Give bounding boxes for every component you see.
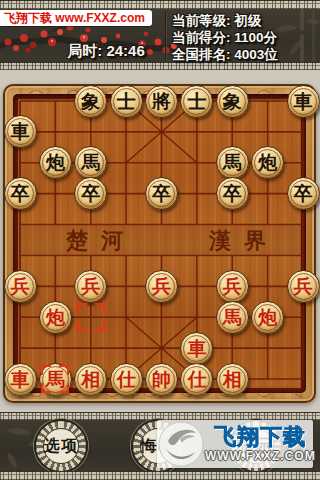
- river-label-right: 漢界: [208, 228, 279, 253]
- options-button-label: 选项: [43, 428, 79, 464]
- piece-black-士[interactable]: 士: [110, 85, 143, 118]
- fxxz-watermark-url: WWW.FXXZ.COM: [205, 449, 316, 463]
- piece-glyph: 炮: [40, 147, 71, 178]
- piece-red-相[interactable]: 相: [216, 363, 249, 396]
- piece-glyph: 車: [5, 364, 36, 395]
- site-watermark-bottom: 飞翔下载 WWW.FXXZ.COM: [157, 420, 313, 468]
- piece-black-象[interactable]: 象: [216, 85, 249, 118]
- piece-glyph: 兵: [75, 271, 106, 302]
- piece-glyph: 兵: [217, 271, 248, 302]
- piece-red-車[interactable]: 車: [180, 332, 213, 365]
- piece-glyph: 象: [217, 86, 248, 117]
- fxxz-watermark-title: 飞翔下载: [214, 425, 306, 449]
- piece-black-馬[interactable]: 馬: [216, 146, 249, 179]
- xiangqi-board: 楚河 漢界 象士將士象車車炮馬馬炮卒卒卒卒卒兵兵兵兵兵炮馬炮車車馬相仕帥仕相: [3, 84, 316, 403]
- piece-glyph: 炮: [40, 302, 71, 333]
- piece-red-兵[interactable]: 兵: [145, 270, 178, 303]
- stats-panel: 当前等级: 初级 当前得分: 1100分 全国排名: 4003位: [172, 12, 278, 64]
- piece-black-卒[interactable]: 卒: [216, 177, 249, 210]
- stat-level: 当前等级: 初级: [172, 12, 278, 29]
- piece-glyph: 相: [217, 364, 248, 395]
- fxxz-watermark-text: 飞翔下载 WWW.FXXZ.COM: [205, 425, 316, 463]
- piece-glyph: 馬: [217, 147, 248, 178]
- piece-glyph: 炮: [252, 147, 283, 178]
- piece-glyph: 士: [181, 86, 212, 117]
- meander-border-bottom: [0, 471, 320, 480]
- piece-red-兵[interactable]: 兵: [216, 270, 249, 303]
- piece-glyph: 將: [146, 86, 177, 117]
- piece-red-馬[interactable]: 馬: [216, 301, 249, 334]
- game-time-label: 局时: 24:46: [40, 42, 172, 61]
- piece-glyph: 炮: [252, 302, 283, 333]
- piece-glyph: 卒: [217, 178, 248, 209]
- stat-score: 当前得分: 1100分: [172, 29, 278, 46]
- piece-glyph: 卒: [75, 178, 106, 209]
- piece-glyph: 車: [5, 116, 36, 147]
- piece-red-馬[interactable]: 馬: [39, 363, 72, 396]
- piece-glyph: 卒: [146, 178, 177, 209]
- piece-red-帥[interactable]: 帥: [145, 363, 178, 396]
- piece-red-兵[interactable]: 兵: [287, 270, 320, 303]
- bottom-toolbar: 选项 悔棋 提示 飞翔下载 WWW.FXXZ.COM: [0, 420, 320, 471]
- piece-black-象[interactable]: 象: [74, 85, 107, 118]
- piece-red-仕[interactable]: 仕: [110, 363, 143, 396]
- fxxz-logo-icon: [158, 421, 204, 467]
- piece-glyph: 兵: [5, 271, 36, 302]
- piece-red-炮[interactable]: 炮: [251, 301, 284, 334]
- piece-black-炮[interactable]: 炮: [39, 146, 72, 179]
- piece-glyph: 象: [75, 86, 106, 117]
- piece-glyph: 兵: [146, 271, 177, 302]
- piece-black-士[interactable]: 士: [180, 85, 213, 118]
- options-button[interactable]: 选项: [34, 419, 88, 473]
- piece-glyph: 馬: [75, 147, 106, 178]
- piece-red-仕[interactable]: 仕: [180, 363, 213, 396]
- piece-red-相[interactable]: 相: [74, 363, 107, 396]
- meander-border-top: [0, 0, 320, 9]
- piece-glyph: 仕: [181, 364, 212, 395]
- piece-glyph: 車: [181, 333, 212, 364]
- piece-glyph: 相: [75, 364, 106, 395]
- piece-glyph: 卒: [5, 178, 36, 209]
- piece-black-卒[interactable]: 卒: [4, 177, 37, 210]
- piece-black-車[interactable]: 車: [4, 115, 37, 148]
- piece-black-車[interactable]: 車: [287, 85, 320, 118]
- piece-black-卒[interactable]: 卒: [145, 177, 178, 210]
- app-screen: 飞翔下载 www.FXXZ.com 局时: 24:46 当前等级: 初级 当前得…: [0, 0, 320, 480]
- piece-glyph: 馬: [40, 364, 71, 395]
- piece-black-將[interactable]: 將: [145, 85, 178, 118]
- top-info-panel: 飞翔下载 www.FXXZ.com 局时: 24:46 当前等级: 初级 当前得…: [0, 9, 320, 62]
- board-grid: 楚河 漢界: [18, 99, 305, 392]
- piece-glyph: 帥: [146, 364, 177, 395]
- board-surface[interactable]: 楚河 漢界 象士將士象車車炮馬馬炮卒卒卒卒卒兵兵兵兵兵炮馬炮車車馬相仕帥仕相: [18, 99, 301, 388]
- site-watermark-top: 飞翔下载 www.FXXZ.com: [0, 10, 152, 26]
- piece-glyph: 仕: [111, 364, 142, 395]
- piece-black-炮[interactable]: 炮: [251, 146, 284, 179]
- piece-red-車[interactable]: 車: [4, 363, 37, 396]
- piece-glyph: 車: [288, 86, 319, 117]
- piece-red-兵[interactable]: 兵: [4, 270, 37, 303]
- piece-glyph: 卒: [288, 178, 319, 209]
- piece-red-炮[interactable]: 炮: [39, 301, 72, 334]
- piece-red-兵[interactable]: 兵: [74, 270, 107, 303]
- piece-glyph: 馬: [217, 302, 248, 333]
- piece-black-馬[interactable]: 馬: [74, 146, 107, 179]
- piece-glyph: 兵: [288, 271, 319, 302]
- piece-glyph: 士: [111, 86, 142, 117]
- piece-black-卒[interactable]: 卒: [74, 177, 107, 210]
- river-label-left: 楚河: [65, 228, 136, 253]
- piece-black-卒[interactable]: 卒: [287, 177, 320, 210]
- stat-rank: 全国排名: 4003位: [172, 46, 278, 63]
